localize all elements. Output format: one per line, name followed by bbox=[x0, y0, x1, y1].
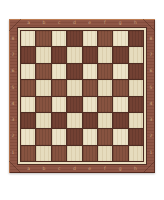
rank-label-left-3: 3 bbox=[9, 112, 17, 128]
square-c6[interactable] bbox=[52, 64, 66, 79]
square-b7[interactable] bbox=[36, 47, 50, 62]
square-e7[interactable] bbox=[83, 47, 97, 62]
file-label-bottom-g: g bbox=[113, 165, 128, 173]
square-g1[interactable] bbox=[113, 146, 127, 161]
square-b8[interactable] bbox=[36, 31, 50, 46]
square-f3[interactable] bbox=[98, 113, 112, 128]
file-labels-top: abcdefgh bbox=[21, 19, 143, 27]
square-c5[interactable] bbox=[52, 80, 66, 95]
rank-label-right-3: 3 bbox=[147, 112, 155, 128]
rank-label-right-2: 2 bbox=[147, 129, 155, 145]
file-label-top-c: c bbox=[52, 19, 67, 27]
square-f1[interactable] bbox=[98, 146, 112, 161]
square-g5[interactable] bbox=[113, 80, 127, 95]
file-label-bottom-f: f bbox=[97, 165, 112, 173]
rank-label-left-4: 4 bbox=[9, 96, 17, 112]
rank-labels-left: 87654321 bbox=[9, 31, 17, 161]
square-d5[interactable] bbox=[67, 80, 81, 95]
square-b4[interactable] bbox=[36, 97, 50, 112]
file-label-top-g: g bbox=[113, 19, 128, 27]
square-h4[interactable] bbox=[129, 97, 143, 112]
square-d3[interactable] bbox=[67, 113, 81, 128]
square-b2[interactable] bbox=[36, 129, 50, 144]
square-g7[interactable] bbox=[113, 47, 127, 62]
square-a2[interactable] bbox=[21, 129, 35, 144]
rank-labels-right: 87654321 bbox=[147, 31, 155, 161]
square-a3[interactable] bbox=[21, 113, 35, 128]
square-f4[interactable] bbox=[98, 97, 112, 112]
rank-label-right-6: 6 bbox=[147, 64, 155, 80]
file-label-bottom-d: d bbox=[67, 165, 82, 173]
square-b6[interactable] bbox=[36, 64, 50, 79]
rank-label-right-8: 8 bbox=[147, 31, 155, 47]
rank-label-left-7: 7 bbox=[9, 47, 17, 63]
square-h1[interactable] bbox=[129, 146, 143, 161]
square-f7[interactable] bbox=[98, 47, 112, 62]
product-photo: abcdefgh abcdefgh 87654321 87654321 bbox=[0, 0, 164, 200]
file-labels-bottom: abcdefgh bbox=[21, 165, 143, 173]
square-f8[interactable] bbox=[98, 31, 112, 46]
square-e2[interactable] bbox=[83, 129, 97, 144]
rank-label-right-7: 7 bbox=[147, 47, 155, 63]
square-c7[interactable] bbox=[52, 47, 66, 62]
square-c1[interactable] bbox=[52, 146, 66, 161]
board-grid bbox=[20, 30, 144, 162]
file-label-bottom-h: h bbox=[128, 165, 143, 173]
square-e5[interactable] bbox=[83, 80, 97, 95]
file-label-bottom-e: e bbox=[82, 165, 97, 173]
file-label-top-e: e bbox=[82, 19, 97, 27]
board-border bbox=[17, 27, 147, 165]
square-e1[interactable] bbox=[83, 146, 97, 161]
square-a7[interactable] bbox=[21, 47, 35, 62]
square-d1[interactable] bbox=[67, 146, 81, 161]
square-g6[interactable] bbox=[113, 64, 127, 79]
square-b5[interactable] bbox=[36, 80, 50, 95]
square-h2[interactable] bbox=[129, 129, 143, 144]
square-b1[interactable] bbox=[36, 146, 50, 161]
square-b3[interactable] bbox=[36, 113, 50, 128]
square-c4[interactable] bbox=[52, 97, 66, 112]
square-g4[interactable] bbox=[113, 97, 127, 112]
file-label-bottom-c: c bbox=[52, 165, 67, 173]
file-label-top-h: h bbox=[128, 19, 143, 27]
square-e8[interactable] bbox=[83, 31, 97, 46]
square-e6[interactable] bbox=[83, 64, 97, 79]
square-h8[interactable] bbox=[129, 31, 143, 46]
square-g8[interactable] bbox=[113, 31, 127, 46]
rank-label-left-8: 8 bbox=[9, 31, 17, 47]
rank-label-left-1: 1 bbox=[9, 145, 17, 161]
square-h3[interactable] bbox=[129, 113, 143, 128]
square-h5[interactable] bbox=[129, 80, 143, 95]
file-label-bottom-a: a bbox=[21, 165, 36, 173]
square-h6[interactable] bbox=[129, 64, 143, 79]
square-f2[interactable] bbox=[98, 129, 112, 144]
square-d4[interactable] bbox=[67, 97, 81, 112]
square-a4[interactable] bbox=[21, 97, 35, 112]
rank-label-left-6: 6 bbox=[9, 64, 17, 80]
rank-label-left-5: 5 bbox=[9, 80, 17, 96]
square-c2[interactable] bbox=[52, 129, 66, 144]
file-label-top-f: f bbox=[97, 19, 112, 27]
rank-label-right-5: 5 bbox=[147, 80, 155, 96]
square-d6[interactable] bbox=[67, 64, 81, 79]
square-f5[interactable] bbox=[98, 80, 112, 95]
square-d2[interactable] bbox=[67, 129, 81, 144]
file-label-bottom-b: b bbox=[36, 165, 51, 173]
square-d8[interactable] bbox=[67, 31, 81, 46]
square-a8[interactable] bbox=[21, 31, 35, 46]
file-label-top-a: a bbox=[21, 19, 36, 27]
square-c3[interactable] bbox=[52, 113, 66, 128]
square-e4[interactable] bbox=[83, 97, 97, 112]
rank-label-left-2: 2 bbox=[9, 129, 17, 145]
square-g3[interactable] bbox=[113, 113, 127, 128]
square-a5[interactable] bbox=[21, 80, 35, 95]
square-f6[interactable] bbox=[98, 64, 112, 79]
square-a1[interactable] bbox=[21, 146, 35, 161]
chess-board: abcdefgh abcdefgh 87654321 87654321 bbox=[9, 19, 155, 173]
rank-label-right-4: 4 bbox=[147, 96, 155, 112]
file-label-top-b: b bbox=[36, 19, 51, 27]
file-label-top-d: d bbox=[67, 19, 82, 27]
square-e3[interactable] bbox=[83, 113, 97, 128]
square-d7[interactable] bbox=[67, 47, 81, 62]
square-c8[interactable] bbox=[52, 31, 66, 46]
square-h7[interactable] bbox=[129, 47, 143, 62]
rank-label-right-1: 1 bbox=[147, 145, 155, 161]
square-a6[interactable] bbox=[21, 64, 35, 79]
square-g2[interactable] bbox=[113, 129, 127, 144]
